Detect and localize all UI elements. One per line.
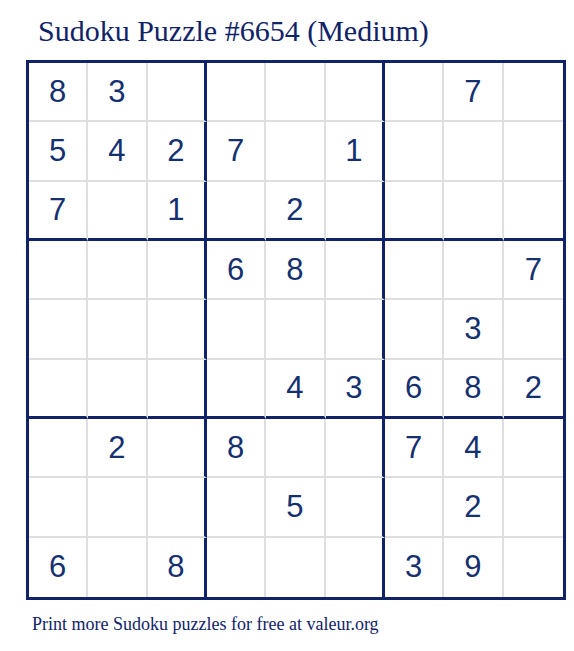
sudoku-cell[interactable] [326, 478, 385, 537]
sudoku-cell: 8 [207, 419, 266, 478]
sudoku-cell[interactable] [148, 63, 207, 122]
sudoku-cell: 5 [266, 478, 325, 537]
sudoku-cell[interactable] [29, 241, 88, 300]
sudoku-cell[interactable] [148, 419, 207, 478]
sudoku-cell[interactable] [504, 182, 563, 241]
sudoku-cell: 8 [444, 360, 503, 419]
sudoku-cell[interactable] [504, 63, 563, 122]
sudoku-cell: 6 [207, 241, 266, 300]
sudoku-cell: 9 [444, 538, 503, 597]
sudoku-cell[interactable] [207, 478, 266, 537]
sudoku-cell: 6 [29, 538, 88, 597]
sudoku-cell[interactable] [504, 538, 563, 597]
sudoku-cell[interactable] [207, 182, 266, 241]
sudoku-cell: 1 [326, 122, 385, 181]
sudoku-cell[interactable] [29, 419, 88, 478]
sudoku-cell[interactable] [266, 122, 325, 181]
sudoku-cell[interactable] [444, 122, 503, 181]
sudoku-cell[interactable] [326, 182, 385, 241]
page-title: Sudoku Puzzle #6654 (Medium) [38, 14, 429, 48]
sudoku-cell: 2 [266, 182, 325, 241]
sudoku-cell[interactable] [29, 300, 88, 359]
sudoku-cell[interactable] [266, 300, 325, 359]
sudoku-cell[interactable] [266, 419, 325, 478]
sudoku-cell: 7 [504, 241, 563, 300]
sudoku-cell: 3 [385, 538, 444, 597]
sudoku-cell: 4 [88, 122, 147, 181]
sudoku-cell: 4 [444, 419, 503, 478]
sudoku-cell[interactable] [504, 300, 563, 359]
sudoku-cell[interactable] [148, 241, 207, 300]
footer-text: Print more Sudoku puzzles for free at va… [32, 613, 379, 635]
sudoku-cell: 8 [29, 63, 88, 122]
sudoku-cell[interactable] [326, 419, 385, 478]
sudoku-cell[interactable] [326, 241, 385, 300]
sudoku-cell[interactable] [88, 478, 147, 537]
sudoku-cell[interactable] [385, 182, 444, 241]
sudoku-page: Sudoku Puzzle #6654 (Medium) 83754271712… [0, 0, 574, 651]
sudoku-cell[interactable] [504, 122, 563, 181]
sudoku-cell[interactable] [385, 300, 444, 359]
sudoku-cell: 5 [29, 122, 88, 181]
sudoku-cell: 6 [385, 360, 444, 419]
sudoku-cell[interactable] [148, 300, 207, 359]
sudoku-cell: 8 [148, 538, 207, 597]
sudoku-cell: 2 [444, 478, 503, 537]
sudoku-cell: 1 [148, 182, 207, 241]
sudoku-cell: 7 [207, 122, 266, 181]
sudoku-cell[interactable] [29, 478, 88, 537]
sudoku-cell[interactable] [504, 478, 563, 537]
sudoku-cell[interactable] [385, 478, 444, 537]
sudoku-cell: 7 [29, 182, 88, 241]
sudoku-cell[interactable] [148, 478, 207, 537]
sudoku-cell: 3 [326, 360, 385, 419]
sudoku-cell[interactable] [444, 182, 503, 241]
sudoku-cell[interactable] [207, 360, 266, 419]
sudoku-cell[interactable] [385, 63, 444, 122]
sudoku-cell[interactable] [88, 241, 147, 300]
sudoku-cell: 8 [266, 241, 325, 300]
sudoku-cell[interactable] [88, 182, 147, 241]
sudoku-cell[interactable] [385, 122, 444, 181]
sudoku-cell[interactable] [326, 538, 385, 597]
sudoku-cell[interactable] [207, 300, 266, 359]
sudoku-cell: 2 [504, 360, 563, 419]
sudoku-cell[interactable] [88, 360, 147, 419]
sudoku-cell: 3 [88, 63, 147, 122]
sudoku-cell[interactable] [207, 538, 266, 597]
sudoku-cell[interactable] [326, 300, 385, 359]
sudoku-cell[interactable] [326, 63, 385, 122]
sudoku-cell[interactable] [444, 241, 503, 300]
sudoku-cell[interactable] [504, 419, 563, 478]
sudoku-cell: 7 [385, 419, 444, 478]
sudoku-cell[interactable] [148, 360, 207, 419]
sudoku-cell[interactable] [29, 360, 88, 419]
sudoku-cell[interactable] [385, 241, 444, 300]
sudoku-cell: 3 [444, 300, 503, 359]
sudoku-cell: 4 [266, 360, 325, 419]
sudoku-cell[interactable] [266, 63, 325, 122]
sudoku-cell[interactable] [207, 63, 266, 122]
sudoku-cell[interactable] [88, 538, 147, 597]
sudoku-cell: 2 [148, 122, 207, 181]
sudoku-cell[interactable] [266, 538, 325, 597]
sudoku-grid: 837542717126873436822874526839 [26, 60, 566, 600]
sudoku-cell: 2 [88, 419, 147, 478]
sudoku-cell: 7 [444, 63, 503, 122]
sudoku-cell[interactable] [88, 300, 147, 359]
